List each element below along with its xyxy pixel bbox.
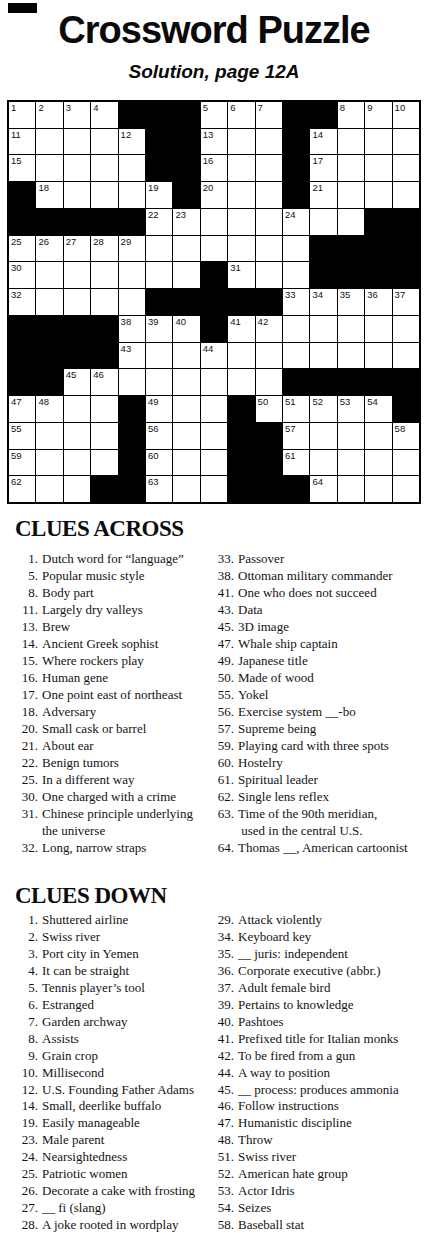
grid-cell[interactable]: 14 bbox=[310, 129, 336, 155]
clue-text: U.S. Founding Father Adams bbox=[42, 1082, 194, 1099]
grid-cell[interactable] bbox=[283, 343, 309, 369]
grid-cell[interactable] bbox=[146, 343, 172, 369]
clue-item: 11.Largely dry valleys bbox=[15, 601, 211, 618]
clue-item: 49.Japanese title bbox=[211, 652, 427, 669]
grid-cell[interactable]: 16 bbox=[201, 155, 227, 181]
grid-cell[interactable] bbox=[201, 236, 227, 262]
grid-cell[interactable] bbox=[91, 396, 117, 422]
grid-cell[interactable] bbox=[201, 476, 227, 502]
grid-cell[interactable] bbox=[228, 129, 254, 155]
black-cell bbox=[64, 316, 90, 342]
clues-down-column-right: 29.Attack violently34.Keyboard key35.__ … bbox=[211, 912, 427, 1233]
grid-cell[interactable]: 35 bbox=[338, 289, 364, 315]
grid-cell[interactable] bbox=[365, 343, 391, 369]
grid-cell[interactable]: 25 bbox=[9, 236, 35, 262]
clue-number: 45. bbox=[211, 1082, 234, 1099]
grid-cell[interactable] bbox=[146, 262, 172, 288]
clue-item: 45.3D image bbox=[211, 618, 427, 635]
clue-text: Largely dry valleys bbox=[42, 601, 143, 618]
cell-number: 41 bbox=[230, 316, 241, 327]
grid-cell[interactable]: 6 bbox=[228, 102, 254, 128]
grid-cell[interactable] bbox=[256, 182, 282, 208]
clue-item: 25.Patriotic women bbox=[15, 1166, 211, 1183]
grid-cell[interactable] bbox=[256, 209, 282, 235]
clue-text: Garden archway bbox=[42, 1014, 128, 1031]
grid-cell[interactable]: 43 bbox=[119, 343, 145, 369]
clue-text: Made of wood bbox=[238, 669, 314, 686]
black-cell bbox=[201, 262, 227, 288]
clue-number: 14. bbox=[15, 1098, 38, 1115]
clue-text: About ear bbox=[42, 737, 94, 754]
grid-cell[interactable]: 38 bbox=[119, 316, 145, 342]
grid-cell[interactable] bbox=[310, 316, 336, 342]
clue-text: Adult female bird bbox=[238, 980, 330, 997]
grid-cell[interactable]: 39 bbox=[146, 316, 172, 342]
clue-number: 55. bbox=[211, 686, 234, 703]
grid-cell[interactable] bbox=[338, 182, 364, 208]
grid-cell[interactable] bbox=[173, 369, 199, 395]
clue-item: 5.Tennis player’s tool bbox=[15, 980, 211, 997]
cell-number: 29 bbox=[121, 236, 132, 247]
grid-cell[interactable] bbox=[36, 129, 62, 155]
clue-number: 64. bbox=[211, 839, 234, 856]
clue-number: 3. bbox=[15, 946, 38, 963]
grid-cell[interactable]: 40 bbox=[173, 316, 199, 342]
clue-text: One charged with a crime bbox=[42, 788, 176, 805]
black-cell bbox=[119, 209, 145, 235]
clues-down-header: CLUES DOWN bbox=[15, 883, 167, 909]
clue-number: 62. bbox=[211, 788, 234, 805]
grid-cell[interactable] bbox=[256, 129, 282, 155]
clue-item: 12.U.S. Founding Father Adams bbox=[15, 1082, 211, 1099]
grid-cell[interactable]: 36 bbox=[365, 289, 391, 315]
grid-cell[interactable] bbox=[173, 476, 199, 502]
clue-text: Actor Idris bbox=[238, 1183, 295, 1200]
grid-cell[interactable] bbox=[91, 129, 117, 155]
cell-number: 27 bbox=[66, 236, 77, 247]
grid-cell[interactable]: 57 bbox=[283, 423, 309, 449]
clue-number: 41. bbox=[211, 584, 234, 601]
clue-number: 31. bbox=[15, 805, 38, 822]
black-cell bbox=[365, 369, 391, 395]
black-cell bbox=[146, 102, 172, 128]
clue-item: 44.A way to position bbox=[211, 1065, 427, 1082]
grid-cell[interactable] bbox=[393, 476, 419, 502]
grid-cell[interactable] bbox=[91, 262, 117, 288]
grid-cell[interactable]: 53 bbox=[338, 396, 364, 422]
grid-cell[interactable] bbox=[64, 450, 90, 476]
black-cell bbox=[36, 343, 62, 369]
grid-cell[interactable] bbox=[201, 450, 227, 476]
clue-number: 60. bbox=[211, 754, 234, 771]
grid-cell[interactable]: 27 bbox=[64, 236, 90, 262]
grid-cell[interactable] bbox=[228, 209, 254, 235]
black-cell bbox=[256, 476, 282, 502]
grid-cell[interactable]: 11 bbox=[9, 129, 35, 155]
grid-cell[interactable]: 12 bbox=[119, 129, 145, 155]
clue-number: 44. bbox=[211, 1065, 234, 1082]
grid-cell[interactable] bbox=[283, 236, 309, 262]
cell-number: 5 bbox=[203, 102, 208, 113]
grid-cell[interactable]: 21 bbox=[310, 182, 336, 208]
grid-cell[interactable]: 49 bbox=[146, 396, 172, 422]
grid-cell[interactable] bbox=[36, 289, 62, 315]
clue-item: 41.Prefixed title for Italian monks bbox=[211, 1031, 427, 1048]
clue-item: 9.Grain crop bbox=[15, 1048, 211, 1065]
clue-text: Patriotic women bbox=[42, 1166, 128, 1183]
grid-cell[interactable]: 56 bbox=[146, 423, 172, 449]
grid-cell[interactable] bbox=[393, 155, 419, 181]
grid-cell[interactable] bbox=[64, 155, 90, 181]
black-cell bbox=[146, 155, 172, 181]
black-cell bbox=[146, 289, 172, 315]
grid-cell[interactable] bbox=[310, 423, 336, 449]
grid-cell[interactable] bbox=[173, 423, 199, 449]
clue-item: 20.Small cask or barrel bbox=[15, 720, 211, 737]
black-cell bbox=[173, 155, 199, 181]
grid-cell[interactable] bbox=[146, 369, 172, 395]
clue-item: 31.Chinese principle underlying the univ… bbox=[15, 805, 211, 839]
grid-cell[interactable] bbox=[310, 450, 336, 476]
grid-cell[interactable] bbox=[201, 209, 227, 235]
clue-item: 45.__ process: produces ammonia bbox=[211, 1082, 427, 1099]
clue-number: 34. bbox=[211, 929, 234, 946]
clue-number: 20. bbox=[15, 720, 38, 737]
clue-number: 29. bbox=[211, 912, 234, 929]
grid-cell[interactable]: 19 bbox=[146, 182, 172, 208]
grid-cell[interactable] bbox=[173, 450, 199, 476]
clues-across-column-right: 33.Passover38.Ottoman military commander… bbox=[211, 550, 427, 856]
clue-number: 4. bbox=[15, 963, 38, 980]
clue-text: Whale ship captain bbox=[238, 635, 338, 652]
black-cell bbox=[393, 396, 419, 422]
grid-cell[interactable] bbox=[201, 369, 227, 395]
grid-cell[interactable] bbox=[64, 423, 90, 449]
grid-cell[interactable]: 61 bbox=[283, 450, 309, 476]
grid-cell[interactable] bbox=[173, 262, 199, 288]
grid-cell[interactable]: 30 bbox=[9, 262, 35, 288]
grid-cell[interactable] bbox=[173, 236, 199, 262]
grid-cell[interactable] bbox=[338, 129, 364, 155]
clue-text: __ process: produces ammonia bbox=[238, 1082, 399, 1099]
black-cell bbox=[64, 343, 90, 369]
grid-cell[interactable] bbox=[201, 396, 227, 422]
clue-text: 3D image bbox=[238, 618, 289, 635]
clue-text: Japanese title bbox=[238, 652, 308, 669]
clue-number: 45. bbox=[211, 618, 234, 635]
grid-cell[interactable]: 63 bbox=[146, 476, 172, 502]
clue-item: 39.Pertains to knowledge bbox=[211, 997, 427, 1014]
grid-cell[interactable] bbox=[393, 450, 419, 476]
clue-item: 29.Attack violently bbox=[211, 912, 427, 929]
cell-number: 45 bbox=[66, 369, 77, 380]
grid-cell[interactable]: 4 bbox=[91, 102, 117, 128]
clue-number: 48. bbox=[211, 1132, 234, 1149]
clue-number: 25. bbox=[15, 1166, 38, 1183]
clue-text: Long, narrow straps bbox=[42, 839, 146, 856]
clue-item: 62.Single lens reflex bbox=[211, 788, 427, 805]
cell-number: 25 bbox=[11, 236, 22, 247]
cell-number: 15 bbox=[11, 155, 22, 166]
cell-number: 35 bbox=[340, 289, 351, 300]
grid-cell[interactable]: 23 bbox=[173, 209, 199, 235]
grid-cell[interactable]: 64 bbox=[310, 476, 336, 502]
clue-number: 32. bbox=[15, 839, 38, 856]
clue-number: 49. bbox=[211, 652, 234, 669]
grid-cell[interactable] bbox=[338, 476, 364, 502]
grid-cell[interactable]: 47 bbox=[9, 396, 35, 422]
grid-cell[interactable] bbox=[91, 182, 117, 208]
grid-cell[interactable] bbox=[119, 155, 145, 181]
clue-number: 61. bbox=[211, 771, 234, 788]
grid-cell[interactable]: 33 bbox=[283, 289, 309, 315]
clue-item: 34.Keyboard key bbox=[211, 929, 427, 946]
grid-cell[interactable] bbox=[91, 155, 117, 181]
black-cell bbox=[310, 236, 336, 262]
grid-cell[interactable] bbox=[119, 182, 145, 208]
grid-cell[interactable] bbox=[338, 316, 364, 342]
clue-number: 41. bbox=[211, 1031, 234, 1048]
clue-item: 25.In a different way bbox=[15, 771, 211, 788]
grid-cell[interactable] bbox=[365, 476, 391, 502]
clue-item: 18.Adversary bbox=[15, 703, 211, 720]
clue-item: 53.Actor Idris bbox=[211, 1183, 427, 1200]
clue-number: 18. bbox=[15, 703, 38, 720]
black-cell bbox=[283, 129, 309, 155]
grid-cell[interactable] bbox=[338, 450, 364, 476]
grid-cell[interactable] bbox=[64, 129, 90, 155]
grid-cell[interactable] bbox=[393, 343, 419, 369]
grid-cell[interactable]: 48 bbox=[36, 396, 62, 422]
black-cell bbox=[365, 262, 391, 288]
grid-cell[interactable]: 59 bbox=[9, 450, 35, 476]
black-cell bbox=[173, 102, 199, 128]
grid-cell[interactable] bbox=[256, 369, 282, 395]
grid-cell[interactable] bbox=[36, 423, 62, 449]
grid-cell[interactable]: 2 bbox=[36, 102, 62, 128]
grid-cell[interactable] bbox=[146, 236, 172, 262]
grid-cell[interactable] bbox=[256, 155, 282, 181]
grid-cell[interactable] bbox=[228, 369, 254, 395]
grid-cell[interactable] bbox=[283, 262, 309, 288]
grid-cell[interactable] bbox=[91, 423, 117, 449]
grid-cell[interactable]: 15 bbox=[9, 155, 35, 181]
grid-cell[interactable]: 24 bbox=[283, 209, 309, 235]
clue-number: 38. bbox=[211, 567, 234, 584]
grid-cell[interactable] bbox=[393, 182, 419, 208]
grid-cell[interactable] bbox=[173, 396, 199, 422]
grid-cell[interactable] bbox=[365, 316, 391, 342]
grid-cell[interactable] bbox=[228, 182, 254, 208]
grid-cell[interactable]: 18 bbox=[36, 182, 62, 208]
cell-number: 24 bbox=[285, 209, 296, 220]
grid-cell[interactable] bbox=[91, 450, 117, 476]
grid-cell[interactable] bbox=[119, 262, 145, 288]
grid-cell[interactable] bbox=[64, 476, 90, 502]
grid-cell[interactable]: 22 bbox=[146, 209, 172, 235]
clue-text: Humanistic discipline bbox=[238, 1115, 352, 1132]
clue-item: 56.Exercise system __-bo bbox=[211, 703, 427, 720]
black-cell bbox=[119, 476, 145, 502]
grid-cell[interactable]: 8 bbox=[338, 102, 364, 128]
clue-text: Attack violently bbox=[238, 912, 322, 929]
grid-cell[interactable] bbox=[36, 476, 62, 502]
grid-cell[interactable] bbox=[338, 155, 364, 181]
grid-cell[interactable] bbox=[338, 343, 364, 369]
grid-cell[interactable]: 55 bbox=[9, 423, 35, 449]
black-cell bbox=[9, 369, 35, 395]
clue-number: 10. bbox=[15, 1065, 38, 1082]
clue-text: Assists bbox=[42, 1031, 79, 1048]
grid-cell[interactable] bbox=[36, 155, 62, 181]
grid-cell[interactable]: 46 bbox=[91, 369, 117, 395]
clue-text: It can be straight bbox=[42, 963, 129, 980]
clue-item: 1.Dutch word for “language” bbox=[15, 550, 211, 567]
clue-number: 17. bbox=[15, 686, 38, 703]
clue-text: A way to position bbox=[238, 1065, 330, 1082]
clue-item: 40.Pashtoes bbox=[211, 1014, 427, 1031]
black-cell bbox=[393, 262, 419, 288]
black-cell bbox=[338, 369, 364, 395]
grid-cell[interactable] bbox=[310, 209, 336, 235]
black-cell bbox=[228, 476, 254, 502]
grid-cell[interactable]: 7 bbox=[256, 102, 282, 128]
clue-text: Port city in Yemen bbox=[42, 946, 139, 963]
grid-cell[interactable] bbox=[228, 155, 254, 181]
grid-cell[interactable]: 3 bbox=[64, 102, 90, 128]
clue-number: 33. bbox=[211, 550, 234, 567]
grid-cell[interactable] bbox=[119, 289, 145, 315]
black-cell bbox=[283, 102, 309, 128]
clue-item: 17.One point east of northeast bbox=[15, 686, 211, 703]
grid-cell[interactable] bbox=[64, 182, 90, 208]
clue-number: 8. bbox=[15, 1031, 38, 1048]
grid-cell[interactable]: 9 bbox=[365, 102, 391, 128]
grid-cell[interactable] bbox=[310, 343, 336, 369]
grid-cell[interactable]: 31 bbox=[228, 262, 254, 288]
clues-across-column-left: 1.Dutch word for “language”5.Popular mus… bbox=[15, 550, 211, 856]
clue-number: 50. bbox=[211, 669, 234, 686]
grid-cell[interactable] bbox=[256, 262, 282, 288]
clue-text: Estranged bbox=[42, 997, 94, 1014]
clue-item: 10.Millisecond bbox=[15, 1065, 211, 1082]
grid-cell[interactable]: 41 bbox=[228, 316, 254, 342]
grid-cell[interactable]: 45 bbox=[64, 369, 90, 395]
grid-cell[interactable]: 29 bbox=[119, 236, 145, 262]
grid-cell[interactable] bbox=[256, 343, 282, 369]
black-cell bbox=[393, 209, 419, 235]
grid-cell[interactable] bbox=[201, 423, 227, 449]
clue-item: 42.To be fired from a gun bbox=[211, 1048, 427, 1065]
black-cell bbox=[91, 316, 117, 342]
grid-cell[interactable] bbox=[393, 316, 419, 342]
cell-number: 10 bbox=[395, 102, 406, 113]
clue-item: 41.One who does not succeed bbox=[211, 584, 427, 601]
cell-number: 64 bbox=[312, 476, 323, 487]
grid-cell[interactable]: 20 bbox=[201, 182, 227, 208]
grid-cell[interactable]: 34 bbox=[310, 289, 336, 315]
clue-text: Spiritual leader bbox=[238, 771, 318, 788]
grid-cell[interactable]: 44 bbox=[201, 343, 227, 369]
grid-cell[interactable]: 13 bbox=[201, 129, 227, 155]
black-cell bbox=[9, 316, 35, 342]
cell-number: 38 bbox=[121, 316, 132, 327]
grid-cell[interactable] bbox=[91, 289, 117, 315]
grid-cell[interactable]: 37 bbox=[393, 289, 419, 315]
grid-cell[interactable]: 42 bbox=[256, 316, 282, 342]
grid-cell[interactable]: 51 bbox=[283, 396, 309, 422]
grid-cell[interactable] bbox=[365, 155, 391, 181]
grid-cell[interactable] bbox=[228, 236, 254, 262]
black-cell bbox=[36, 209, 62, 235]
grid-cell[interactable] bbox=[64, 396, 90, 422]
clue-number: 5. bbox=[15, 567, 38, 584]
grid-cell[interactable] bbox=[64, 262, 90, 288]
grid-cell[interactable]: 58 bbox=[393, 423, 419, 449]
grid-cell[interactable] bbox=[283, 316, 309, 342]
grid-cell[interactable]: 26 bbox=[36, 236, 62, 262]
cell-number: 28 bbox=[93, 236, 104, 247]
grid-cell[interactable] bbox=[365, 182, 391, 208]
grid-cell[interactable]: 1 bbox=[9, 102, 35, 128]
grid-cell[interactable]: 10 bbox=[393, 102, 419, 128]
black-cell bbox=[228, 450, 254, 476]
cell-number: 3 bbox=[66, 102, 71, 113]
grid-cell[interactable] bbox=[393, 129, 419, 155]
grid-cell[interactable] bbox=[36, 450, 62, 476]
grid-cell[interactable]: 5 bbox=[201, 102, 227, 128]
grid-cell[interactable] bbox=[119, 369, 145, 395]
grid-cell[interactable]: 32 bbox=[9, 289, 35, 315]
clue-text: A joke rooted in wordplay bbox=[42, 1217, 178, 1233]
grid-cell[interactable]: 52 bbox=[310, 396, 336, 422]
grid-cell[interactable] bbox=[365, 423, 391, 449]
grid-cell[interactable]: 50 bbox=[256, 396, 282, 422]
cell-number: 34 bbox=[312, 289, 323, 300]
grid-cell[interactable]: 62 bbox=[9, 476, 35, 502]
grid-cell[interactable] bbox=[173, 343, 199, 369]
cell-number: 49 bbox=[148, 396, 159, 407]
black-cell bbox=[119, 450, 145, 476]
grid-cell[interactable] bbox=[365, 450, 391, 476]
grid-cell[interactable] bbox=[64, 289, 90, 315]
clue-text: Grain crop bbox=[42, 1048, 98, 1065]
grid-cell[interactable] bbox=[256, 236, 282, 262]
cell-number: 6 bbox=[230, 102, 235, 113]
clue-text: Ancient Greek sophist bbox=[42, 635, 158, 652]
clue-text: Chinese principle underlying the univers… bbox=[42, 805, 193, 839]
clue-number: 12. bbox=[15, 1082, 38, 1099]
black-cell bbox=[91, 476, 117, 502]
grid-cell[interactable]: 60 bbox=[146, 450, 172, 476]
grid-cell[interactable] bbox=[338, 423, 364, 449]
clue-item: 23.Male parent bbox=[15, 1132, 211, 1149]
grid-cell[interactable] bbox=[365, 129, 391, 155]
clue-text: Body part bbox=[42, 584, 94, 601]
clue-number: 14. bbox=[15, 635, 38, 652]
clue-text: Dutch word for “language” bbox=[42, 550, 184, 567]
grid-cell[interactable] bbox=[338, 209, 364, 235]
grid-cell[interactable]: 28 bbox=[91, 236, 117, 262]
black-cell bbox=[365, 236, 391, 262]
grid-cell[interactable] bbox=[36, 262, 62, 288]
black-cell bbox=[228, 423, 254, 449]
grid-cell[interactable] bbox=[228, 343, 254, 369]
cell-number: 31 bbox=[230, 262, 241, 273]
cell-number: 59 bbox=[11, 450, 22, 461]
grid-cell[interactable]: 54 bbox=[365, 396, 391, 422]
grid-cell[interactable]: 17 bbox=[310, 155, 336, 181]
